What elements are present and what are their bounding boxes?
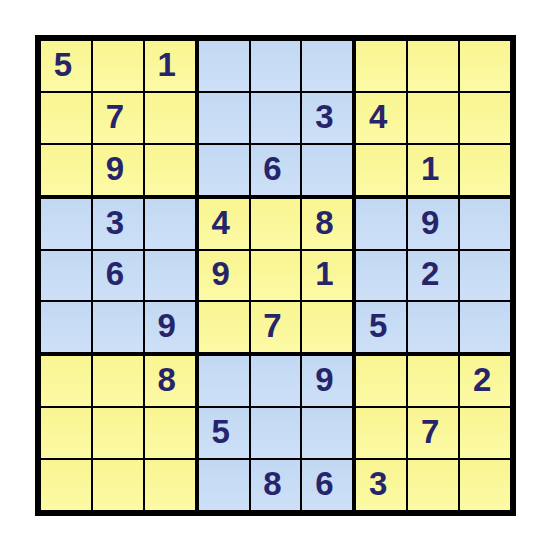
cell-digit: 7	[263, 307, 281, 345]
box-2-2: 48917	[199, 199, 353, 353]
cell-digit: 2	[421, 255, 439, 293]
cell-r8c7[interactable]	[356, 408, 406, 458]
cell-digit: 1	[315, 255, 333, 293]
cell-r1c4[interactable]	[199, 41, 249, 91]
cell-r2c3[interactable]	[145, 93, 195, 143]
cell-r7c7[interactable]	[356, 356, 406, 406]
cell-r9c6[interactable]: 6	[302, 460, 352, 510]
cell-r1c1[interactable]: 5	[41, 41, 91, 91]
cell-digit: 7	[421, 413, 439, 451]
cell-r9c9[interactable]	[460, 460, 510, 510]
cell-r3c2[interactable]: 9	[93, 145, 143, 195]
cell-r2c4[interactable]	[199, 93, 249, 143]
cell-r4c6[interactable]: 8	[302, 199, 352, 249]
cell-r8c9[interactable]	[460, 408, 510, 458]
cell-digit: 1	[421, 150, 439, 188]
cell-r3c6[interactable]	[302, 145, 352, 195]
cell-r4c8[interactable]: 9	[408, 199, 458, 249]
cell-digit: 3	[106, 204, 124, 242]
cell-r7c2[interactable]	[93, 356, 143, 406]
sudoku-board: 517936413694891792589586273	[35, 35, 516, 516]
cell-r3c9[interactable]	[460, 145, 510, 195]
cell-r9c3[interactable]	[145, 460, 195, 510]
cell-r1c9[interactable]	[460, 41, 510, 91]
cell-digit: 8	[263, 465, 281, 503]
cell-r1c3[interactable]: 1	[145, 41, 195, 91]
cell-digit: 5	[369, 307, 387, 345]
cell-r7c6[interactable]: 9	[302, 356, 352, 406]
cell-digit: 3	[369, 465, 387, 503]
cell-r1c8[interactable]	[408, 41, 458, 91]
cell-r2c6[interactable]: 3	[302, 93, 352, 143]
cell-digit: 5	[54, 46, 72, 84]
cell-r7c5[interactable]	[251, 356, 301, 406]
cell-r5c2[interactable]: 6	[93, 251, 143, 301]
cell-r5c4[interactable]: 9	[199, 251, 249, 301]
cell-digit: 8	[315, 204, 333, 242]
cell-digit: 1	[158, 46, 176, 84]
cell-digit: 3	[315, 98, 333, 136]
cell-r8c6[interactable]	[302, 408, 352, 458]
cell-r2c9[interactable]	[460, 93, 510, 143]
cell-r8c3[interactable]	[145, 408, 195, 458]
cell-r7c1[interactable]	[41, 356, 91, 406]
cell-r1c6[interactable]	[302, 41, 352, 91]
cell-r2c2[interactable]: 7	[93, 93, 143, 143]
cell-r4c9[interactable]	[460, 199, 510, 249]
cell-r3c1[interactable]	[41, 145, 91, 195]
cell-r9c8[interactable]	[408, 460, 458, 510]
cell-r9c5[interactable]: 8	[251, 460, 301, 510]
box-3-1: 8	[41, 356, 195, 510]
cell-r5c7[interactable]	[356, 251, 406, 301]
cell-r4c2[interactable]: 3	[93, 199, 143, 249]
cell-r2c7[interactable]: 4	[356, 93, 406, 143]
cell-digit: 4	[369, 98, 387, 136]
cell-r9c4[interactable]	[199, 460, 249, 510]
cell-r6c5[interactable]: 7	[251, 302, 301, 352]
cell-r3c4[interactable]	[199, 145, 249, 195]
cell-r8c5[interactable]	[251, 408, 301, 458]
cell-r6c7[interactable]: 5	[356, 302, 406, 352]
cell-r3c3[interactable]	[145, 145, 195, 195]
cell-r6c8[interactable]	[408, 302, 458, 352]
box-3-3: 273	[356, 356, 510, 510]
cell-r6c3[interactable]: 9	[145, 302, 195, 352]
cell-r4c5[interactable]	[251, 199, 301, 249]
cell-r9c2[interactable]	[93, 460, 143, 510]
cell-digit: 8	[158, 361, 176, 399]
box-1-3: 41	[356, 41, 510, 195]
cell-digit: 9	[421, 204, 439, 242]
box-2-1: 369	[41, 199, 195, 353]
cell-r1c2[interactable]	[93, 41, 143, 91]
cell-r3c5[interactable]: 6	[251, 145, 301, 195]
cell-r6c1[interactable]	[41, 302, 91, 352]
cell-digit: 2	[473, 361, 491, 399]
cell-digit: 6	[106, 255, 124, 293]
cell-r7c4[interactable]	[199, 356, 249, 406]
cell-r5c9[interactable]	[460, 251, 510, 301]
cell-digit: 9	[158, 307, 176, 345]
box-1-1: 5179	[41, 41, 195, 195]
cell-digit: 5	[211, 413, 229, 451]
cell-digit: 9	[106, 150, 124, 188]
cell-r8c8[interactable]: 7	[408, 408, 458, 458]
cell-digit: 6	[315, 465, 333, 503]
cell-r4c4[interactable]: 4	[199, 199, 249, 249]
cell-r8c4[interactable]: 5	[199, 408, 249, 458]
cell-r6c6[interactable]	[302, 302, 352, 352]
cell-digit: 7	[106, 98, 124, 136]
cell-r6c4[interactable]	[199, 302, 249, 352]
cell-r7c3[interactable]: 8	[145, 356, 195, 406]
cell-r5c5[interactable]	[251, 251, 301, 301]
cell-digit: 4	[211, 204, 229, 242]
page: 517936413694891792589586273	[0, 0, 550, 550]
cell-r5c8[interactable]: 2	[408, 251, 458, 301]
cell-r5c6[interactable]: 1	[302, 251, 352, 301]
cell-r5c1[interactable]	[41, 251, 91, 301]
cell-r7c9[interactable]: 2	[460, 356, 510, 406]
cell-r6c2[interactable]	[93, 302, 143, 352]
cell-r8c1[interactable]	[41, 408, 91, 458]
box-1-2: 36	[199, 41, 353, 195]
box-2-3: 925	[356, 199, 510, 353]
cell-r3c7[interactable]	[356, 145, 406, 195]
cell-r4c3[interactable]	[145, 199, 195, 249]
cell-r7c8[interactable]	[408, 356, 458, 406]
cell-digit: 6	[263, 150, 281, 188]
cell-r8c2[interactable]	[93, 408, 143, 458]
cell-r2c5[interactable]	[251, 93, 301, 143]
cell-r9c7[interactable]: 3	[356, 460, 406, 510]
cell-r1c7[interactable]	[356, 41, 406, 91]
cell-digit: 9	[211, 255, 229, 293]
cell-r6c9[interactable]	[460, 302, 510, 352]
cell-digit: 9	[315, 361, 333, 399]
cell-r9c1[interactable]	[41, 460, 91, 510]
cell-r4c1[interactable]	[41, 199, 91, 249]
cell-r3c8[interactable]: 1	[408, 145, 458, 195]
box-3-2: 9586	[199, 356, 353, 510]
cell-r1c5[interactable]	[251, 41, 301, 91]
cell-r5c3[interactable]	[145, 251, 195, 301]
cell-r2c1[interactable]	[41, 93, 91, 143]
cell-r4c7[interactable]	[356, 199, 406, 249]
cell-r2c8[interactable]	[408, 93, 458, 143]
